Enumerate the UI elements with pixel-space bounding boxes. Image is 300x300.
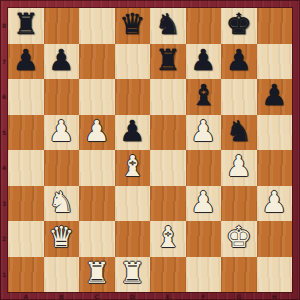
square-a5[interactable]	[8, 115, 44, 151]
square-c5[interactable]: ♟	[79, 115, 115, 151]
square-f6[interactable]: ♝	[186, 79, 222, 115]
square-f5[interactable]: ♟	[186, 115, 222, 151]
square-c1[interactable]: ♜	[79, 257, 115, 293]
square-a3[interactable]	[8, 186, 44, 222]
piece-white-king-g2[interactable]: ♚	[226, 223, 252, 252]
square-f3[interactable]: ♟	[186, 186, 222, 222]
square-f8[interactable]	[186, 8, 222, 44]
piece-black-pawn-h6[interactable]: ♟	[261, 81, 287, 110]
square-b1[interactable]	[44, 257, 80, 293]
square-b8[interactable]	[44, 8, 80, 44]
square-e5[interactable]	[150, 115, 186, 151]
piece-black-bishop-f6[interactable]: ♝	[190, 81, 216, 110]
square-h6[interactable]: ♟	[257, 79, 293, 115]
square-c2[interactable]	[79, 221, 115, 257]
square-b5[interactable]: ♟	[44, 115, 80, 151]
square-f1[interactable]	[186, 257, 222, 293]
chess-board-frame: ♜♛♞♚♟♟♜♟♟♝♟♟♟♟♟♞♝♟♞♟♟♛♝♚♜♜ 87654321ABCDE…	[0, 0, 300, 300]
file-label-b: B	[44, 292, 80, 300]
square-e2[interactable]: ♝	[150, 221, 186, 257]
square-e7[interactable]: ♜	[150, 44, 186, 80]
square-g3[interactable]	[221, 186, 257, 222]
file-label-f: F	[186, 292, 222, 300]
rank-label-6: 6	[0, 79, 8, 115]
square-f2[interactable]	[186, 221, 222, 257]
square-c6[interactable]	[79, 79, 115, 115]
piece-white-bishop-e2[interactable]: ♝	[155, 223, 181, 252]
file-label-e: E	[150, 292, 186, 300]
square-d8[interactable]: ♛	[115, 8, 151, 44]
file-label-c: C	[79, 292, 115, 300]
square-b7[interactable]: ♟	[44, 44, 80, 80]
square-g1[interactable]	[221, 257, 257, 293]
piece-white-rook-c1[interactable]: ♜	[84, 259, 110, 288]
piece-black-knight-e8[interactable]: ♞	[155, 10, 181, 39]
piece-white-pawn-f3[interactable]: ♟	[190, 188, 216, 217]
square-c8[interactable]	[79, 8, 115, 44]
rank-label-2: 2	[0, 221, 8, 257]
square-a6[interactable]	[8, 79, 44, 115]
square-e8[interactable]: ♞	[150, 8, 186, 44]
rank-label-7: 7	[0, 44, 8, 80]
square-d3[interactable]	[115, 186, 151, 222]
file-label-h: H	[257, 292, 293, 300]
square-f7[interactable]: ♟	[186, 44, 222, 80]
square-a7[interactable]: ♟	[8, 44, 44, 80]
square-c7[interactable]	[79, 44, 115, 80]
piece-black-rook-a8[interactable]: ♜	[13, 10, 39, 39]
piece-black-pawn-f7[interactable]: ♟	[190, 46, 216, 75]
square-d2[interactable]	[115, 221, 151, 257]
file-label-d: D	[115, 292, 151, 300]
piece-black-rook-e7[interactable]: ♜	[155, 46, 181, 75]
square-e1[interactable]	[150, 257, 186, 293]
square-b2[interactable]: ♛	[44, 221, 80, 257]
piece-white-queen-b2[interactable]: ♛	[48, 223, 74, 252]
rank-label-5: 5	[0, 115, 8, 151]
piece-black-pawn-b7[interactable]: ♟	[48, 46, 74, 75]
square-g2[interactable]: ♚	[221, 221, 257, 257]
piece-black-pawn-d5[interactable]: ♟	[119, 117, 145, 146]
square-c4[interactable]	[79, 150, 115, 186]
file-label-g: G	[221, 292, 257, 300]
square-e4[interactable]	[150, 150, 186, 186]
piece-white-knight-b3[interactable]: ♞	[48, 188, 74, 217]
square-f4[interactable]	[186, 150, 222, 186]
rank-label-4: 4	[0, 150, 8, 186]
square-g7[interactable]: ♟	[221, 44, 257, 80]
chess-board: ♜♛♞♚♟♟♜♟♟♝♟♟♟♟♟♞♝♟♞♟♟♛♝♚♜♜	[8, 8, 292, 292]
file-label-a: A	[8, 292, 44, 300]
square-c3[interactable]	[79, 186, 115, 222]
rank-label-1: 1	[0, 257, 8, 293]
square-a2[interactable]	[8, 221, 44, 257]
rank-label-3: 3	[0, 186, 8, 222]
square-d4[interactable]: ♝	[115, 150, 151, 186]
square-a8[interactable]: ♜	[8, 8, 44, 44]
piece-white-pawn-h3[interactable]: ♟	[261, 188, 287, 217]
piece-white-pawn-g4[interactable]: ♟	[226, 152, 252, 181]
square-h8[interactable]	[257, 8, 293, 44]
piece-white-pawn-f5[interactable]: ♟	[190, 117, 216, 146]
square-d1[interactable]: ♜	[115, 257, 151, 293]
square-h1[interactable]	[257, 257, 293, 293]
square-h3[interactable]: ♟	[257, 186, 293, 222]
piece-black-pawn-g7[interactable]: ♟	[226, 46, 252, 75]
square-b6[interactable]	[44, 79, 80, 115]
square-b4[interactable]	[44, 150, 80, 186]
piece-white-pawn-c5[interactable]: ♟	[84, 117, 110, 146]
piece-white-rook-d1[interactable]: ♜	[119, 259, 145, 288]
square-h7[interactable]	[257, 44, 293, 80]
square-e6[interactable]	[150, 79, 186, 115]
square-g4[interactable]: ♟	[221, 150, 257, 186]
piece-black-pawn-a7[interactable]: ♟	[13, 46, 39, 75]
square-d5[interactable]: ♟	[115, 115, 151, 151]
piece-black-knight-g5[interactable]: ♞	[226, 117, 252, 146]
piece-black-queen-d8[interactable]: ♛	[119, 10, 145, 39]
square-g5[interactable]: ♞	[221, 115, 257, 151]
square-d6[interactable]	[115, 79, 151, 115]
square-h2[interactable]	[257, 221, 293, 257]
square-h5[interactable]	[257, 115, 293, 151]
rank-label-8: 8	[0, 8, 8, 44]
square-e3[interactable]	[150, 186, 186, 222]
square-a1[interactable]	[8, 257, 44, 293]
square-h4[interactable]	[257, 150, 293, 186]
square-g6[interactable]	[221, 79, 257, 115]
square-g8[interactable]: ♚	[221, 8, 257, 44]
square-a4[interactable]	[8, 150, 44, 186]
piece-white-pawn-b5[interactable]: ♟	[48, 117, 74, 146]
square-b3[interactable]: ♞	[44, 186, 80, 222]
square-d7[interactable]	[115, 44, 151, 80]
piece-white-bishop-d4[interactable]: ♝	[119, 152, 145, 181]
piece-black-king-g8[interactable]: ♚	[226, 10, 252, 39]
